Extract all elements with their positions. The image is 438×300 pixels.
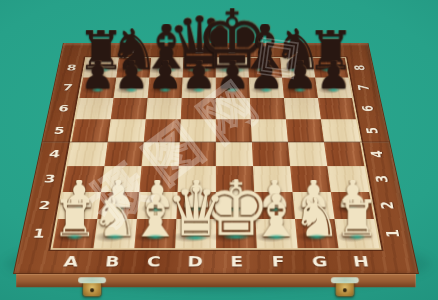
file-label-a-bottom: A (48, 250, 93, 272)
square-d3 (178, 166, 216, 192)
square-a8 (83, 58, 119, 77)
square-g7 (282, 78, 318, 98)
square-c3 (139, 166, 178, 192)
square-f2 (254, 192, 295, 219)
rank-label-3-right: 3 (361, 169, 403, 190)
file-label-c-bottom: C (132, 250, 175, 272)
square-d8 (183, 58, 216, 77)
square-g8 (280, 58, 315, 77)
square-c7 (148, 78, 183, 98)
square-e3 (216, 166, 254, 192)
square-d7 (182, 78, 216, 98)
chessboard-photo: AABBCCDDEEFFGGHH8877665544332211♜♞♝♛♚♝♞♜… (0, 0, 438, 300)
square-d5 (180, 119, 216, 142)
file-label-d-top: D (183, 44, 215, 57)
square-f4 (252, 142, 290, 166)
square-d4 (179, 142, 216, 166)
board-grid (53, 58, 380, 248)
square-c1 (134, 219, 176, 248)
square-g3 (290, 166, 331, 192)
rank-label-4-left: 4 (37, 142, 71, 166)
square-f5 (251, 119, 288, 142)
square-d6 (181, 98, 216, 120)
rank-label-3-left: 3 (32, 166, 68, 192)
file-label-h-top: H (311, 44, 345, 57)
square-a2 (58, 192, 101, 219)
square-e6 (216, 98, 251, 120)
square-e5 (216, 119, 252, 142)
square-c6 (146, 98, 182, 120)
square-d2 (176, 192, 216, 219)
file-label-e-bottom: E (216, 250, 258, 272)
square-b7 (114, 78, 150, 98)
square-g2 (292, 192, 334, 219)
square-b6 (111, 98, 148, 120)
square-b1 (93, 219, 136, 248)
square-f7 (249, 78, 284, 98)
chess-board: AABBCCDDEEFFGGHH8877665544332211♜♞♝♛♚♝♞♜… (13, 43, 419, 274)
square-c8 (149, 58, 183, 77)
square-f3 (253, 166, 292, 192)
square-d1 (175, 219, 216, 248)
square-a7 (79, 78, 116, 98)
rank-label-8-right: 8 (342, 60, 378, 76)
file-label-f-top: F (247, 44, 280, 57)
square-g5 (286, 119, 324, 142)
rank-label-8-left: 8 (56, 58, 86, 77)
rank-label-4-right: 4 (357, 144, 398, 164)
square-e8 (216, 58, 249, 77)
file-label-g-top: G (279, 44, 312, 57)
file-label-c-top: C (151, 44, 184, 57)
square-c2 (137, 192, 178, 219)
rank-label-5-left: 5 (42, 119, 75, 142)
rank-label-2-left: 2 (26, 192, 63, 219)
board-front-edge (16, 273, 416, 287)
file-label-g-bottom: G (298, 250, 342, 272)
square-b3 (101, 166, 142, 192)
brass-clasp-right (336, 281, 354, 296)
file-label-b-top: B (119, 44, 152, 57)
rank-label-7-right: 7 (345, 79, 382, 95)
square-f6 (250, 98, 286, 120)
file-label-e-top: E (216, 44, 248, 57)
square-a1 (53, 219, 98, 248)
square-c5 (144, 119, 181, 142)
square-e7 (216, 78, 250, 98)
square-b2 (97, 192, 139, 219)
square-c4 (142, 142, 180, 166)
file-label-f-bottom: F (257, 250, 300, 272)
rank-label-5-right: 5 (353, 121, 392, 139)
square-g6 (284, 98, 321, 120)
square-b8 (116, 58, 151, 77)
square-e4 (216, 142, 253, 166)
brass-clasp-left (83, 281, 101, 296)
rank-label-7-left: 7 (52, 78, 83, 98)
square-a3 (63, 166, 105, 192)
file-label-d-bottom: D (174, 250, 216, 272)
rank-label-6-left: 6 (47, 98, 79, 120)
square-e1 (216, 219, 257, 248)
board-fold-seam (42, 142, 389, 144)
rank-label-2-right: 2 (366, 194, 409, 216)
square-b4 (104, 142, 143, 166)
square-a5 (72, 119, 111, 142)
rank-label-1-left: 1 (20, 219, 58, 248)
square-b5 (108, 119, 146, 142)
file-label-h-bottom: H (339, 250, 384, 272)
square-a6 (76, 98, 114, 120)
rank-label-6-right: 6 (349, 100, 387, 117)
file-label-b-bottom: B (90, 250, 134, 272)
file-label-a-top: A (87, 44, 121, 57)
square-g4 (288, 142, 327, 166)
square-f8 (248, 58, 282, 77)
square-a4 (67, 142, 107, 166)
square-e2 (216, 192, 256, 219)
square-f1 (255, 219, 297, 248)
square-g1 (295, 219, 339, 248)
